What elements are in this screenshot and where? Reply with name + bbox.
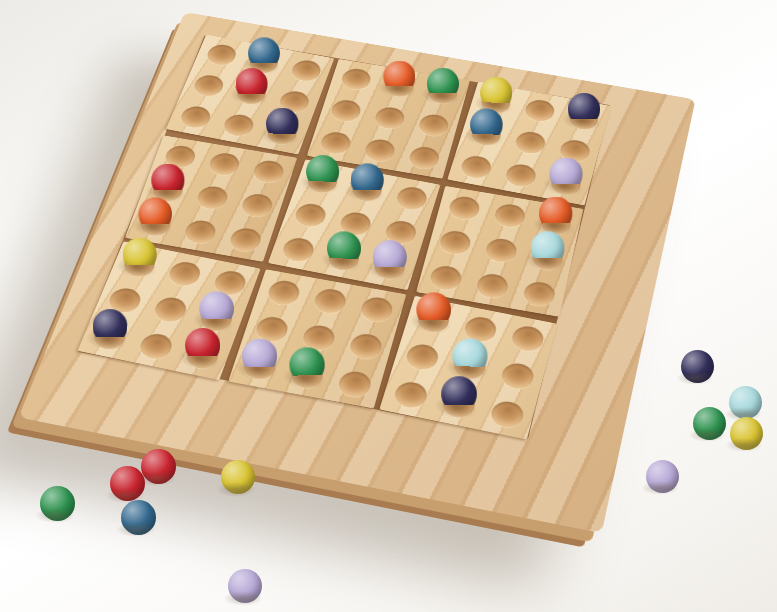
hole-r6-c3[interactable] [227,226,263,253]
ball-lightblue-r8-c8[interactable] [452,338,488,374]
hole-r3-c2[interactable] [221,113,257,139]
hole-r3-c6[interactable] [407,145,442,171]
hole-r2-c5[interactable] [373,105,407,130]
loose-ball-lavender-6[interactable] [228,569,262,603]
ball-orange-r6-c1[interactable] [138,197,172,231]
hole-r5-c2[interactable] [194,184,230,211]
hole-r6-c9[interactable] [522,280,557,308]
ball-lavender-r9-c4[interactable] [242,339,278,375]
hole-r8-c6[interactable] [347,332,384,361]
ball-orange-r7-c7[interactable] [416,292,451,327]
ball-navy-r9-c1[interactable] [92,309,127,344]
board-tile-3-1 [78,241,261,380]
hole-r6-c7[interactable] [428,264,464,292]
hole-r9-c6[interactable] [336,369,374,399]
hole-r7-c9[interactable] [509,324,546,354]
hole-r7-c4[interactable] [265,279,302,307]
hole-r6-c2[interactable] [182,218,219,245]
hole-r2-c1[interactable] [191,73,226,98]
hole-r6-c8[interactable] [475,272,511,300]
hole-r1-c4[interactable] [339,67,373,91]
loose-ball-yellow-5[interactable] [221,460,255,494]
hole-r9-c7[interactable] [392,380,430,411]
board-tile-2-2 [268,159,441,290]
hole-r4-c2[interactable] [207,151,243,177]
ball-lavender-r8-c3[interactable] [199,291,234,326]
loose-ball-lavender-11[interactable] [646,460,679,493]
hole-r9-c9[interactable] [488,399,526,430]
hole-r8-c7[interactable] [404,342,441,372]
hole-r5-c3[interactable] [239,192,275,219]
hole-r8-c9[interactable] [499,361,536,391]
hole-r4-c7[interactable] [447,195,482,222]
ball-orange-r4-c9[interactable] [539,196,573,230]
board-scene [18,12,695,533]
hole-r1-c1[interactable] [204,43,239,67]
sudoku-board [18,12,695,533]
ball-lightblue-r5-c9[interactable] [530,231,564,266]
hole-r3-c7[interactable] [459,154,494,180]
ball-blue-r1-c2[interactable] [248,37,280,69]
loose-ball-red-1[interactable] [141,449,176,484]
hole-r1-c8[interactable] [523,98,557,123]
hole-r6-c4[interactable] [280,236,317,264]
hole-r4-c8[interactable] [493,202,528,229]
ball-yellow-r7-c1[interactable] [122,237,157,272]
hole-r8-c2[interactable] [151,295,189,324]
hole-r5-c4[interactable] [292,202,328,229]
hole-r2-c8[interactable] [513,130,547,156]
hole-r3-c4[interactable] [318,130,353,156]
hole-r5-c8[interactable] [484,237,519,264]
tile-grid [78,35,610,439]
board-tile-3-2 [228,269,406,408]
hole-r9-c2[interactable] [137,332,176,362]
hole-r4-c3[interactable] [251,159,287,185]
hole-r7-c2[interactable] [166,260,204,288]
hole-r1-c3[interactable] [289,58,324,83]
ball-blue-r2-c7[interactable] [470,108,503,141]
ball-yellow-r1-c7[interactable] [480,77,513,110]
hole-r3-c5[interactable] [363,138,398,164]
hole-r2-c6[interactable] [417,113,451,138]
ball-red-r2-c2[interactable] [235,68,268,101]
ball-blue-r4-c5[interactable] [350,163,384,197]
ball-green-r1-c6[interactable] [427,68,460,100]
loose-ball-green-3[interactable] [40,486,75,521]
ball-navy-r9-c8[interactable] [441,376,477,412]
hole-r7-c6[interactable] [359,295,396,324]
hole-r3-c8[interactable] [504,162,539,189]
ball-red-r9-c3[interactable] [185,328,221,364]
ball-orange-r1-c5[interactable] [383,61,415,93]
hole-r2-c4[interactable] [329,98,363,123]
loose-ball-lightblue-8[interactable] [729,386,762,419]
loose-ball-blue-4[interactable] [121,500,156,535]
hole-r3-c1[interactable] [178,104,214,130]
ball-navy-r1-c9[interactable] [568,93,601,126]
board-tile-1-3 [447,82,611,206]
board-tile-1-1 [166,35,334,155]
hole-r7-c5[interactable] [312,287,349,316]
board-tile-3-3 [379,296,557,440]
loose-ball-green-9[interactable] [693,407,726,440]
ball-lavender-r3-c9[interactable] [549,157,583,191]
loose-ball-yellow-10[interactable] [730,417,763,450]
loose-ball-navy-7[interactable] [681,350,714,383]
ball-green-r6-c5[interactable] [327,231,361,265]
ball-red-r5-c1[interactable] [151,163,185,197]
hole-r4-c6[interactable] [394,185,430,212]
hole-r5-c7[interactable] [438,229,473,256]
ball-green-r4-c4[interactable] [306,155,339,188]
ball-green-r9-c5[interactable] [289,347,325,383]
loose-ball-red-2[interactable] [110,466,145,501]
